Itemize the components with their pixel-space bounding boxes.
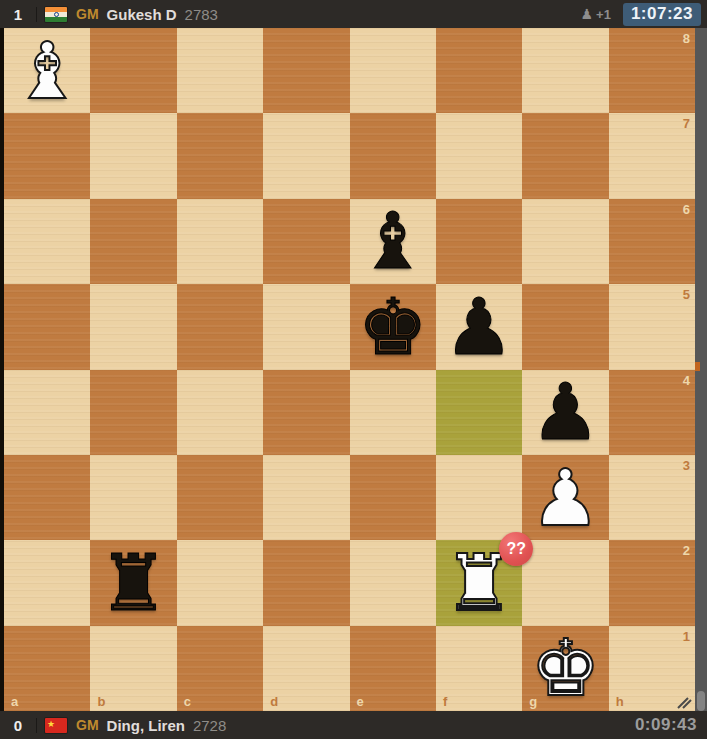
flag-india-icon <box>45 7 67 22</box>
square-a7[interactable] <box>4 113 90 198</box>
square-h6[interactable]: 6 <box>609 199 695 284</box>
square-d3[interactable] <box>263 455 349 540</box>
coord-rank-5: 5 <box>683 288 690 301</box>
material-advantage: ♟ +1 <box>581 6 611 22</box>
square-b1[interactable]: b <box>90 626 176 711</box>
coord-file-h: h <box>616 695 624 708</box>
square-g2[interactable] <box>522 540 608 625</box>
pawn-icon: ♟ <box>581 6 594 22</box>
divider <box>36 718 37 733</box>
square-a2[interactable] <box>4 540 90 625</box>
square-g6[interactable] <box>522 199 608 284</box>
square-e5[interactable]: ♚ <box>350 284 436 369</box>
coord-file-f: f <box>443 695 447 708</box>
square-b3[interactable] <box>90 455 176 540</box>
square-g8[interactable] <box>522 28 608 113</box>
player-rating-top: 2783 <box>185 6 218 23</box>
square-h7[interactable]: 7 <box>609 113 695 198</box>
coord-rank-6: 6 <box>683 203 690 216</box>
square-h4[interactable]: 4 <box>609 370 695 455</box>
piece-black-pawn[interactable]: ♟ <box>444 288 514 366</box>
panel-edge <box>695 28 707 711</box>
square-b2[interactable]: ♜ <box>90 540 176 625</box>
material-advantage-value: +1 <box>596 7 611 22</box>
resize-grip-icon[interactable] <box>677 696 692 709</box>
coord-rank-4: 4 <box>683 374 690 387</box>
square-c7[interactable] <box>177 113 263 198</box>
square-d8[interactable] <box>263 28 349 113</box>
square-a4[interactable] <box>4 370 90 455</box>
square-e1[interactable]: e <box>350 626 436 711</box>
square-b5[interactable] <box>90 284 176 369</box>
square-a5[interactable] <box>4 284 90 369</box>
coord-file-e: e <box>357 695 364 708</box>
coord-rank-2: 2 <box>683 544 690 557</box>
square-b6[interactable] <box>90 199 176 284</box>
clock-bottom: 0:09:43 <box>635 715 697 735</box>
square-e7[interactable] <box>350 113 436 198</box>
player-rating-bottom: 2728 <box>193 717 226 734</box>
player-name-bottom: Ding, Liren <box>107 717 185 734</box>
square-h8[interactable]: 8 <box>609 28 695 113</box>
square-c8[interactable] <box>177 28 263 113</box>
square-h3[interactable]: 3 <box>609 455 695 540</box>
square-g3[interactable]: ♟ <box>522 455 608 540</box>
square-f6[interactable] <box>436 199 522 284</box>
square-c4[interactable] <box>177 370 263 455</box>
coord-rank-3: 3 <box>683 459 690 472</box>
square-f2[interactable]: ♜?? <box>436 540 522 625</box>
piece-black-pawn[interactable]: ♟ <box>530 373 600 451</box>
square-f4[interactable] <box>436 370 522 455</box>
square-c3[interactable] <box>177 455 263 540</box>
square-h5[interactable]: 5 <box>609 284 695 369</box>
piece-black-king[interactable]: ♚ <box>358 288 428 366</box>
square-e2[interactable] <box>350 540 436 625</box>
chess-game-viewer: 1 GM Gukesh D 2783 ♟ +1 1:07:23 ♝87♝6♚♟5… <box>0 0 707 739</box>
square-e6[interactable]: ♝ <box>350 199 436 284</box>
coord-rank-8: 8 <box>683 32 690 45</box>
square-g1[interactable]: ♚g <box>522 626 608 711</box>
square-c2[interactable] <box>177 540 263 625</box>
square-d7[interactable] <box>263 113 349 198</box>
piece-white-pawn[interactable]: ♟ <box>530 459 600 537</box>
piece-white-bishop[interactable]: ♝ <box>12 32 82 110</box>
coord-file-d: d <box>270 695 278 708</box>
coord-rank-1: 1 <box>683 630 690 643</box>
scrollbar-thumb[interactable] <box>697 691 705 711</box>
piece-black-rook[interactable]: ♜ <box>99 544 169 622</box>
clock-top: 1:07:23 <box>623 3 701 26</box>
square-e3[interactable] <box>350 455 436 540</box>
square-d5[interactable] <box>263 284 349 369</box>
piece-white-king[interactable]: ♚ <box>530 629 600 707</box>
square-g5[interactable] <box>522 284 608 369</box>
square-c6[interactable] <box>177 199 263 284</box>
square-g7[interactable] <box>522 113 608 198</box>
divider <box>36 7 37 22</box>
square-c1[interactable]: c <box>177 626 263 711</box>
square-f1[interactable]: f <box>436 626 522 711</box>
coord-file-b: b <box>97 695 105 708</box>
square-a3[interactable] <box>4 455 90 540</box>
square-f8[interactable] <box>436 28 522 113</box>
square-c5[interactable] <box>177 284 263 369</box>
square-h2[interactable]: 2 <box>609 540 695 625</box>
square-b7[interactable] <box>90 113 176 198</box>
square-e8[interactable] <box>350 28 436 113</box>
square-e4[interactable] <box>350 370 436 455</box>
coord-file-g: g <box>529 695 537 708</box>
coord-rank-7: 7 <box>683 117 690 130</box>
square-b4[interactable] <box>90 370 176 455</box>
square-d2[interactable] <box>263 540 349 625</box>
match-score-bottom: 0 <box>0 717 36 734</box>
square-d1[interactable]: d <box>263 626 349 711</box>
square-f5[interactable]: ♟ <box>436 284 522 369</box>
coord-file-c: c <box>184 695 191 708</box>
piece-black-bishop[interactable]: ♝ <box>358 202 428 280</box>
square-f3[interactable] <box>436 455 522 540</box>
board-area: ♝87♝6♚♟5♟4♟3♜♜??2abcdef♚gh1 <box>0 28 707 711</box>
flag-china-icon <box>45 718 67 733</box>
eval-tick <box>695 362 700 371</box>
square-f7[interactable] <box>436 113 522 198</box>
player-title: GM <box>76 717 99 733</box>
square-b8[interactable] <box>90 28 176 113</box>
player-bar-bottom: 0 GM Ding, Liren 2728 0:09:43 <box>0 711 707 739</box>
player-title: GM <box>76 6 99 22</box>
chess-board[interactable]: ♝87♝6♚♟5♟4♟3♜♜??2abcdef♚gh1 <box>0 28 695 711</box>
square-a1[interactable]: a <box>4 626 90 711</box>
square-a8[interactable]: ♝ <box>4 28 90 113</box>
square-d4[interactable] <box>263 370 349 455</box>
match-score-top: 1 <box>0 6 36 23</box>
square-a6[interactable] <box>4 199 90 284</box>
square-g4[interactable]: ♟ <box>522 370 608 455</box>
player-bar-top: 1 GM Gukesh D 2783 ♟ +1 1:07:23 <box>0 0 707 28</box>
coord-file-a: a <box>11 695 18 708</box>
player-name-top: Gukesh D <box>107 6 177 23</box>
square-d6[interactable] <box>263 199 349 284</box>
